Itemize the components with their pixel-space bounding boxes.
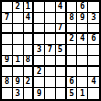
cell-r9c5[interactable] [45,88,56,99]
cell-r4c9[interactable]: 6 [88,34,99,45]
cell-r3c4[interactable] [34,24,45,35]
cell-r3c3[interactable] [24,24,35,35]
cell-r6c3[interactable]: 8 [24,56,35,67]
cell-r6c5[interactable] [45,56,56,67]
cell-r5c4[interactable]: 3 [34,45,45,56]
cell-r6c6[interactable] [56,56,67,67]
cell-r8c2[interactable]: 9 [13,77,24,88]
cell-r8c6[interactable] [56,77,67,88]
cell-r9c8[interactable]: 1 [77,88,88,99]
cell-r3c6[interactable]: 7 [56,24,67,35]
cell-r4c6[interactable] [56,34,67,45]
cell-r5c2[interactable] [13,45,24,56]
cell-r7c1[interactable] [2,67,13,78]
cell-r2c3[interactable]: 4 [24,13,35,24]
cell-r5c9[interactable] [88,45,99,56]
cell-r9c4[interactable]: 9 [34,88,45,99]
cell-r8c8[interactable] [77,77,88,88]
cell-r8c5[interactable] [45,77,56,88]
cell-r4c3[interactable] [24,34,35,45]
cell-r2c1[interactable]: 7 [2,13,13,24]
cell-r2c8[interactable]: 9 [77,13,88,24]
cell-r1c2[interactable]: 2 [13,2,24,13]
cell-r3c8[interactable] [77,24,88,35]
cell-r2c4[interactable] [34,13,45,24]
cell-r5c6[interactable]: 5 [56,45,67,56]
cell-r5c5[interactable]: 7 [45,45,56,56]
cell-r7c2[interactable] [13,67,24,78]
cell-r1c9[interactable] [88,2,99,13]
cell-r4c2[interactable] [13,34,24,45]
sudoku-board: 21467489372463759182892643951 [0,0,101,101]
cell-r5c1[interactable] [2,45,13,56]
cell-r2c5[interactable] [45,13,56,24]
cell-r9c6[interactable] [56,88,67,99]
cell-r1c3[interactable]: 1 [24,2,35,13]
cell-r4c1[interactable] [2,34,13,45]
cell-r8c4[interactable] [34,77,45,88]
cell-r1c7[interactable] [67,2,78,13]
cell-r4c4[interactable] [34,34,45,45]
cell-r6c2[interactable]: 1 [13,56,24,67]
cell-r7c4[interactable]: 2 [34,67,45,78]
cell-r7c9[interactable] [88,67,99,78]
cell-r7c8[interactable] [77,67,88,78]
cell-r9c3[interactable] [24,88,35,99]
cell-r9c2[interactable]: 3 [13,88,24,99]
cell-r7c7[interactable] [67,67,78,78]
cell-r5c7[interactable] [67,45,78,56]
cell-r2c9[interactable]: 3 [88,13,99,24]
cell-r2c7[interactable]: 8 [67,13,78,24]
cell-r8c1[interactable]: 8 [2,77,13,88]
cell-r3c9[interactable] [88,24,99,35]
cell-r7c6[interactable] [56,67,67,78]
cell-r3c2[interactable] [13,24,24,35]
cell-r4c5[interactable] [45,34,56,45]
cell-r1c6[interactable]: 4 [56,2,67,13]
cell-r1c4[interactable] [34,2,45,13]
cell-r6c4[interactable] [34,56,45,67]
cell-r4c8[interactable]: 4 [77,34,88,45]
cell-r8c9[interactable]: 4 [88,77,99,88]
cell-r6c1[interactable]: 9 [2,56,13,67]
cell-r6c9[interactable] [88,56,99,67]
cell-r6c7[interactable] [67,56,78,67]
cell-r4c7[interactable]: 2 [67,34,78,45]
cell-r9c7[interactable]: 5 [67,88,78,99]
cell-r2c2[interactable] [13,13,24,24]
cell-r3c1[interactable] [2,24,13,35]
cell-r5c8[interactable] [77,45,88,56]
cell-r1c8[interactable]: 6 [77,2,88,13]
cell-r3c5[interactable] [45,24,56,35]
cell-r2c6[interactable] [56,13,67,24]
cell-r6c8[interactable] [77,56,88,67]
cell-r8c7[interactable]: 6 [67,77,78,88]
cell-r5c3[interactable] [24,45,35,56]
cell-r8c3[interactable]: 2 [24,77,35,88]
cell-r7c3[interactable] [24,67,35,78]
cell-r7c5[interactable] [45,67,56,78]
cell-r9c1[interactable] [2,88,13,99]
cell-r9c9[interactable] [88,88,99,99]
cell-r1c1[interactable] [2,2,13,13]
cell-r3c7[interactable] [67,24,78,35]
cell-r1c5[interactable] [45,2,56,13]
